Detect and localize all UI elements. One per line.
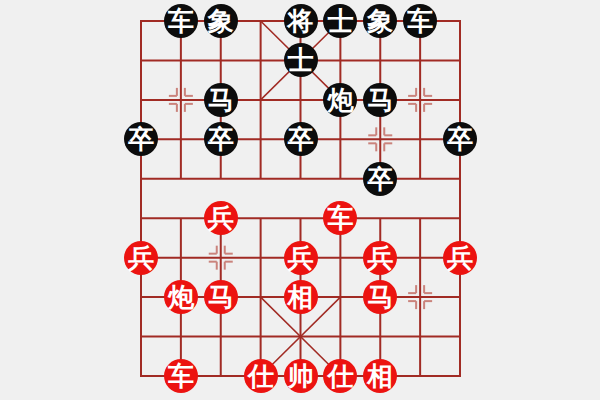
piece-red-elephant[interactable]: 相	[363, 359, 397, 393]
piece-black-advisor[interactable]: 士	[323, 4, 357, 38]
piece-red-soldier[interactable]: 兵	[363, 241, 397, 275]
piece-black-horse[interactable]: 马	[363, 83, 397, 117]
piece-red-chariot[interactable]: 车	[323, 201, 357, 235]
piece-red-horse[interactable]: 马	[363, 280, 397, 314]
piece-black-soldier[interactable]: 卒	[204, 122, 238, 156]
piece-red-soldier[interactable]: 兵	[284, 241, 318, 275]
piece-black-general[interactable]: 将	[284, 4, 318, 38]
piece-black-horse[interactable]: 马	[204, 83, 238, 117]
piece-red-soldier[interactable]: 兵	[443, 241, 477, 275]
piece-red-advisor[interactable]: 仕	[244, 359, 278, 393]
piece-black-soldier[interactable]: 卒	[124, 122, 158, 156]
piece-black-chariot[interactable]: 车	[164, 4, 198, 38]
piece-black-soldier[interactable]: 卒	[363, 162, 397, 196]
piece-black-elephant[interactable]: 象	[363, 4, 397, 38]
piece-red-chariot[interactable]: 车	[164, 359, 198, 393]
piece-red-horse[interactable]: 马	[204, 280, 238, 314]
piece-black-soldier[interactable]: 卒	[443, 122, 477, 156]
piece-red-soldier[interactable]: 兵	[204, 201, 238, 235]
piece-red-elephant[interactable]: 相	[284, 280, 318, 314]
piece-black-elephant[interactable]: 象	[204, 4, 238, 38]
piece-red-advisor[interactable]: 仕	[323, 359, 357, 393]
piece-black-cannon[interactable]: 炮	[323, 83, 357, 117]
piece-black-soldier[interactable]: 卒	[284, 122, 318, 156]
piece-red-soldier[interactable]: 兵	[124, 241, 158, 275]
piece-red-cannon[interactable]: 炮	[164, 280, 198, 314]
piece-black-advisor[interactable]: 士	[284, 43, 318, 77]
xiangqi-board: 车象将士象车士马炮马卒卒卒卒卒兵车兵兵兵兵炮马相马车仕帅仕相	[0, 0, 600, 400]
piece-black-chariot[interactable]: 车	[403, 4, 437, 38]
piece-red-general[interactable]: 帅	[284, 359, 318, 393]
